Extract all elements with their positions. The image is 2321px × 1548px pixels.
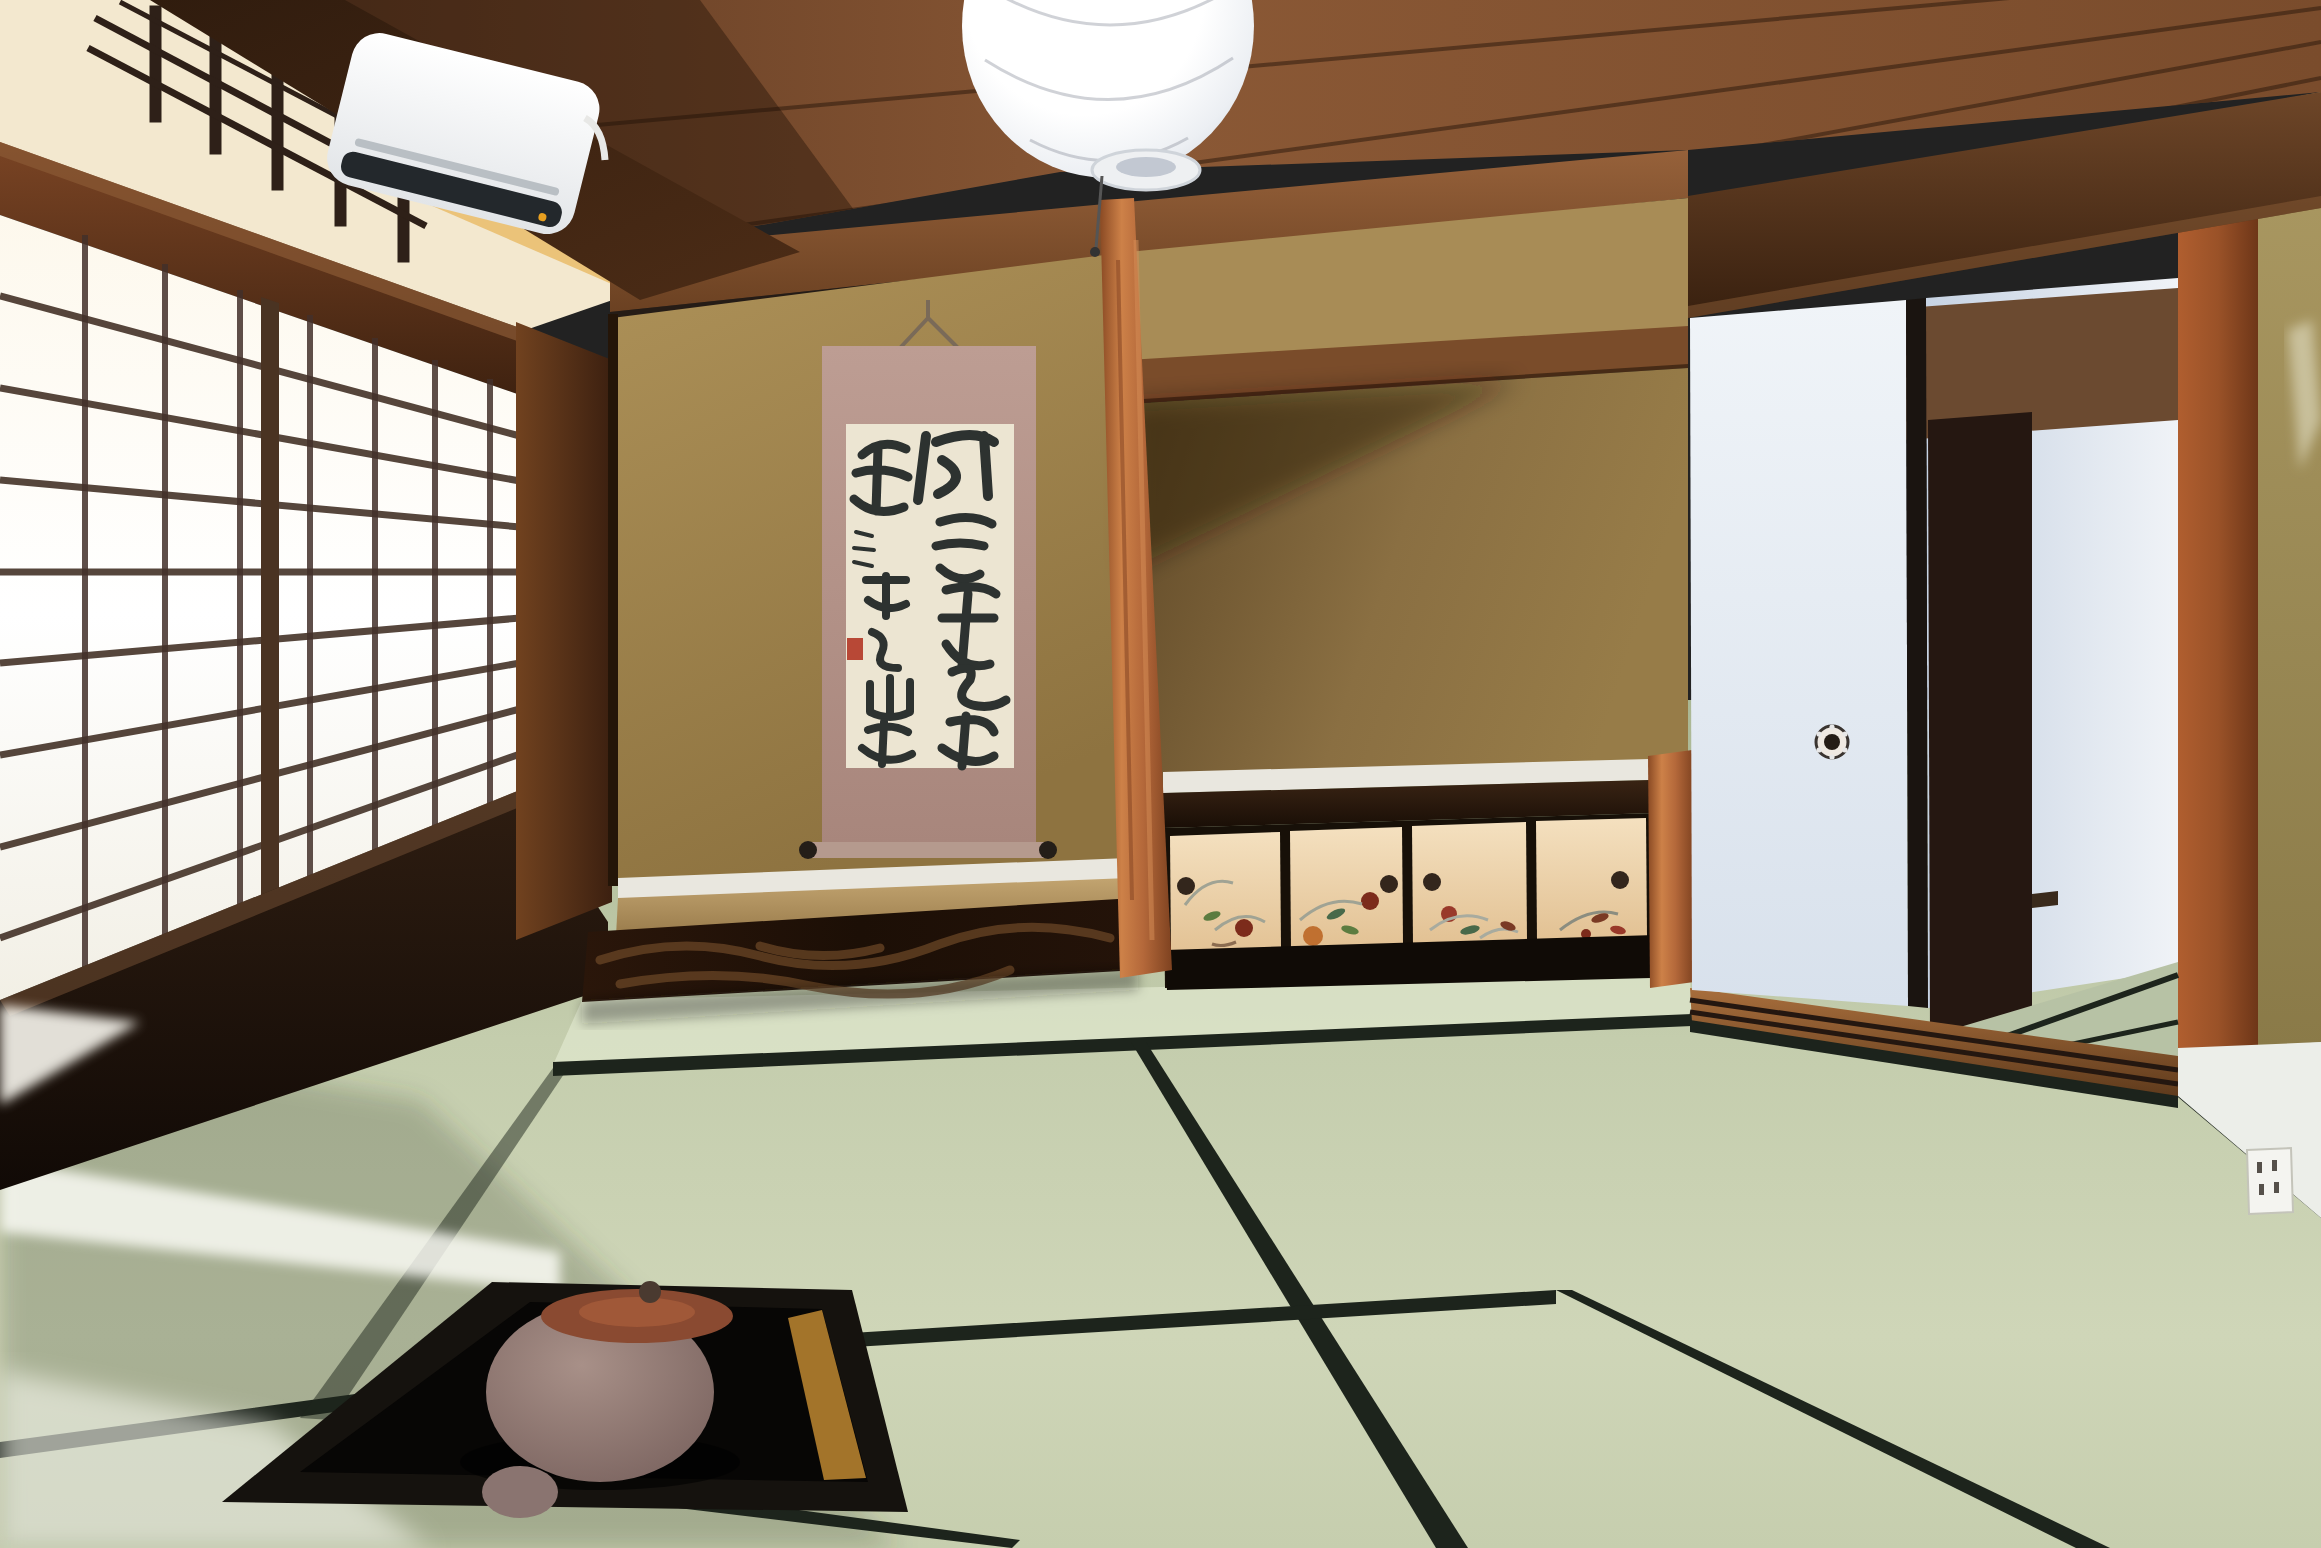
scroll-roller: [808, 842, 1048, 858]
cabinet-door-4: [1536, 818, 1647, 941]
shoji-stile: [261, 297, 279, 924]
room-canvas: [0, 0, 2321, 1548]
cabinet-corner-trim: [1648, 750, 1694, 988]
power-outlet: [2247, 1148, 2293, 1214]
lantern-opening: [1116, 157, 1176, 177]
tokonoma-left-edge: [608, 314, 618, 886]
kettle-knob: [639, 1281, 661, 1303]
door-pull: [1423, 873, 1441, 891]
door-pull: [1611, 871, 1629, 889]
back-wall: [582, 150, 1694, 1024]
adjacent-room-soffit: [1905, 288, 2178, 440]
window-post: [516, 322, 612, 940]
right-wall: [2258, 92, 2321, 1048]
scroll-roller-knob: [799, 841, 817, 859]
kettle-lid-top: [579, 1297, 695, 1327]
door-pull: [1380, 875, 1398, 893]
scroll-roller-knob: [1039, 841, 1057, 859]
fusuma-frame: [1906, 298, 1928, 1008]
tatami-room-photo: [0, 0, 2321, 1548]
fusuma-pull: [1816, 724, 1848, 759]
kettle-handle: [482, 1466, 558, 1518]
right-post: [2178, 104, 2258, 1058]
fusuma-door: [1690, 300, 1908, 1006]
hanging-scroll: [799, 300, 1057, 859]
adjacent-room-cabinet: [1928, 412, 2032, 1036]
scroll-seal: [847, 638, 863, 660]
lantern-cord-tip: [1090, 247, 1100, 257]
door-pull: [1177, 877, 1195, 895]
